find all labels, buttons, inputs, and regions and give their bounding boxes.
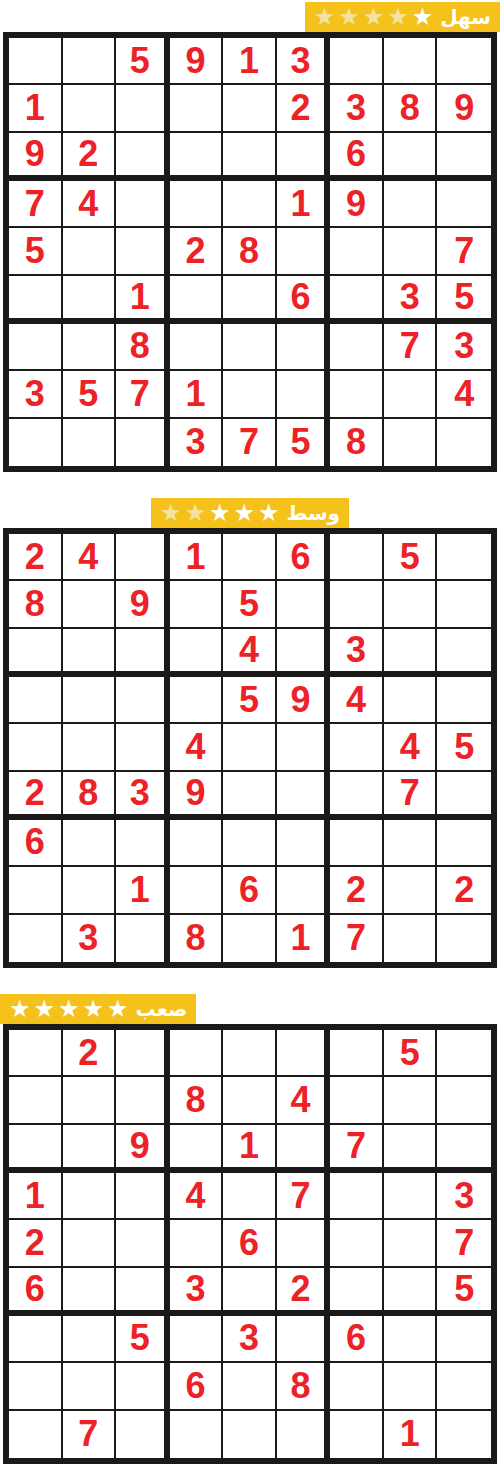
sudoku-cell-r1c9[interactable] <box>437 534 491 581</box>
sudoku-cell-r6c6: 6 <box>277 276 331 324</box>
sudoku-cell-r1c7[interactable] <box>330 1030 384 1077</box>
sudoku-cell-r4c2[interactable] <box>63 1173 117 1220</box>
sudoku-cell-r6c1: 2 <box>9 772 63 820</box>
sudoku-cell-r7c2[interactable] <box>63 1316 117 1363</box>
sudoku-cell-r5c2[interactable] <box>63 724 117 771</box>
star-icon: ★ <box>314 2 336 32</box>
sudoku-cell-r4c4[interactable] <box>170 677 224 724</box>
sudoku-cell-r7c9[interactable] <box>437 820 491 867</box>
sudoku-cell-r5c4[interactable] <box>170 1220 224 1267</box>
sudoku-cell-r8c3: 1 <box>116 867 170 914</box>
sudoku-cell-r2c8[interactable] <box>384 1077 438 1124</box>
sudoku-cell-r2c1: 1 <box>9 85 63 132</box>
sudoku-cell-r5c8: 4 <box>384 724 438 771</box>
sudoku-cell-r9c1[interactable] <box>9 915 63 962</box>
difficulty-banner-easy: سهل★★★★★ <box>305 2 500 32</box>
sudoku-cell-r5c3[interactable] <box>116 1220 170 1267</box>
sudoku-cell-r1c5[interactable] <box>223 1030 277 1077</box>
sudoku-cell-r2c8[interactable] <box>384 581 438 628</box>
star-icon: ★ <box>34 994 56 1024</box>
sudoku-cell-r4c9: 3 <box>437 1173 491 1220</box>
sudoku-cell-r3c4[interactable] <box>170 629 224 677</box>
sudoku-cell-r7c5[interactable] <box>223 324 277 371</box>
sudoku-cell-r8c1[interactable] <box>9 867 63 914</box>
sudoku-cell-r3c1[interactable] <box>9 629 63 677</box>
sudoku-cell-r7c6[interactable] <box>277 1316 331 1363</box>
sudoku-cell-r9c9[interactable] <box>437 1411 491 1458</box>
sudoku-cell-r5c5[interactable] <box>223 724 277 771</box>
sudoku-cell-r2c4: 8 <box>170 1077 224 1124</box>
sudoku-cell-r8c4: 1 <box>170 371 224 418</box>
sudoku-cell-r3c9[interactable] <box>437 133 491 181</box>
sudoku-cell-r9c9[interactable] <box>437 419 491 466</box>
sudoku-cell-r3c2: 2 <box>63 133 117 181</box>
sudoku-cell-r2c7[interactable] <box>330 1077 384 1124</box>
sudoku-cell-r4c7[interactable] <box>330 1173 384 1220</box>
sudoku-cell-r1c4[interactable] <box>170 1030 224 1077</box>
sudoku-cell-r7c2[interactable] <box>63 820 117 867</box>
sudoku-cell-r6c8[interactable] <box>384 1268 438 1316</box>
sudoku-cell-r8c6: 8 <box>277 1363 331 1410</box>
sudoku-cell-r2c9: 9 <box>437 85 491 132</box>
sudoku-cell-r8c8[interactable] <box>384 371 438 418</box>
sudoku-cell-r8c3[interactable] <box>116 1363 170 1410</box>
sudoku-cell-r4c2: 4 <box>63 181 117 228</box>
sudoku-cell-r5c5: 8 <box>223 228 277 275</box>
sudoku-cell-r4c3[interactable] <box>116 677 170 724</box>
sudoku-cell-r9c7: 7 <box>330 915 384 962</box>
sudoku-cell-r8c9: 2 <box>437 867 491 914</box>
sudoku-cell-r5c6[interactable] <box>277 1220 331 1267</box>
sudoku-cell-r4c5[interactable] <box>223 1173 277 1220</box>
sudoku-grid-easy: 591312389926741952871635873357143758 <box>3 32 497 472</box>
sudoku-cell-r8c5: 6 <box>223 867 277 914</box>
sudoku-cell-r3c7: 7 <box>330 1125 384 1173</box>
sudoku-cell-r6c4[interactable] <box>170 276 224 324</box>
sudoku-page: سهل★★★★★59131238992674195287163587335714… <box>0 0 500 1464</box>
sudoku-cell-r4c6: 9 <box>277 677 331 724</box>
sudoku-cell-r1c4: 1 <box>170 534 224 581</box>
sudoku-cell-r1c2: 2 <box>63 1030 117 1077</box>
sudoku-cell-r6c3[interactable] <box>116 1268 170 1316</box>
sudoku-cell-r6c9[interactable] <box>437 772 491 820</box>
sudoku-cell-r9c7: 8 <box>330 419 384 466</box>
star-icon: ★ <box>58 994 80 1024</box>
sudoku-cell-r3c4[interactable] <box>170 133 224 181</box>
sudoku-cell-r3c6[interactable] <box>277 133 331 181</box>
difficulty-label: وسط <box>287 498 341 528</box>
sudoku-cell-r1c5: 1 <box>223 38 277 85</box>
sudoku-cell-r9c3[interactable] <box>116 1411 170 1458</box>
sudoku-cell-r9c6: 1 <box>277 915 331 962</box>
sudoku-cell-r5c3[interactable] <box>116 228 170 275</box>
sudoku-cell-r8c5[interactable] <box>223 371 277 418</box>
sudoku-cell-r1c6[interactable] <box>277 1030 331 1077</box>
sudoku-cell-r4c1: 1 <box>9 1173 63 1220</box>
sudoku-cell-r9c2: 7 <box>63 1411 117 1458</box>
sudoku-cell-r3c4[interactable] <box>170 1125 224 1173</box>
sudoku-cell-r8c1[interactable] <box>9 1363 63 1410</box>
sudoku-cell-r5c8[interactable] <box>384 228 438 275</box>
sudoku-cell-r1c7[interactable] <box>330 534 384 581</box>
sudoku-cell-r9c8: 1 <box>384 1411 438 1458</box>
sudoku-cell-r3c2[interactable] <box>63 1125 117 1173</box>
sudoku-cell-r4c8[interactable] <box>384 181 438 228</box>
sudoku-cell-r5c7[interactable] <box>330 724 384 771</box>
sudoku-cell-r4c2[interactable] <box>63 677 117 724</box>
star-icon: ★ <box>83 994 105 1024</box>
sudoku-cell-r3c3: 9 <box>116 1125 170 1173</box>
sudoku-cell-r4c7: 4 <box>330 677 384 724</box>
sudoku-cell-r2c4[interactable] <box>170 581 224 628</box>
sudoku-cell-r7c6[interactable] <box>277 324 331 371</box>
sudoku-cell-r4c5[interactable] <box>223 181 277 228</box>
sudoku-cell-r8c5[interactable] <box>223 1363 277 1410</box>
sudoku-cell-r8c6[interactable] <box>277 371 331 418</box>
sudoku-cell-r9c3[interactable] <box>116 419 170 466</box>
sudoku-cell-r9c6: 5 <box>277 419 331 466</box>
sudoku-cell-r7c8: 7 <box>384 324 438 371</box>
sudoku-cell-r6c7[interactable] <box>330 276 384 324</box>
sudoku-cell-r6c6[interactable] <box>277 772 331 820</box>
sudoku-cell-r1c1[interactable] <box>9 38 63 85</box>
sudoku-cell-r9c6[interactable] <box>277 1411 331 1458</box>
star-icon: ★ <box>387 2 409 32</box>
sudoku-cell-r4c6: 1 <box>277 181 331 228</box>
sudoku-cell-r7c9: 3 <box>437 324 491 371</box>
sudoku-cell-r3c1[interactable] <box>9 1125 63 1173</box>
sudoku-cell-r4c9[interactable] <box>437 677 491 724</box>
sudoku-cell-r5c4: 2 <box>170 228 224 275</box>
sudoku-cell-r7c5: 3 <box>223 1316 277 1363</box>
sudoku-cell-r6c2[interactable] <box>63 1268 117 1316</box>
sudoku-cell-r1c4: 9 <box>170 38 224 85</box>
sudoku-cell-r2c5[interactable] <box>223 85 277 132</box>
sudoku-cell-r2c6[interactable] <box>277 581 331 628</box>
sudoku-cell-r5c1: 5 <box>9 228 63 275</box>
sudoku-cell-r5c2[interactable] <box>63 228 117 275</box>
sudoku-cell-r8c7[interactable] <box>330 371 384 418</box>
sudoku-cell-r8c3: 7 <box>116 371 170 418</box>
sudoku-cell-r9c9 <box>437 915 491 962</box>
sudoku-cell-r6c4: 9 <box>170 772 224 820</box>
sudoku-cell-r9c2: 3 <box>63 915 117 962</box>
sudoku-cell-r6c2[interactable] <box>63 276 117 324</box>
sudoku-cell-r8c9: 4 <box>437 371 491 418</box>
sudoku-cell-r6c5[interactable] <box>223 276 277 324</box>
sudoku-cell-r6c7[interactable] <box>330 772 384 820</box>
sudoku-cell-r3c8[interactable] <box>384 133 438 181</box>
sudoku-cell-r9c5: 7 <box>223 419 277 466</box>
puzzle-section-medium: وسط★★★★★241658954359444528397616223817 <box>0 498 500 968</box>
sudoku-cell-r5c4: 4 <box>170 724 224 771</box>
sudoku-cell-r2c9[interactable] <box>437 581 491 628</box>
banner-row-hard: صعب★★★★★ <box>0 994 500 1024</box>
sudoku-cell-r3c2[interactable] <box>63 629 117 677</box>
difficulty-label: صعب <box>136 994 188 1024</box>
sudoku-cell-r7c5[interactable] <box>223 820 277 867</box>
sudoku-cell-r3c5[interactable] <box>223 133 277 181</box>
sudoku-cell-r5c2[interactable] <box>63 1220 117 1267</box>
sudoku-cell-r8c6[interactable] <box>277 867 331 914</box>
sudoku-cell-r8c7: 2 <box>330 867 384 914</box>
sudoku-cell-r9c5[interactable] <box>223 1411 277 1458</box>
sudoku-cell-r4c7: 9 <box>330 181 384 228</box>
sudoku-cell-r9c7[interactable] <box>330 1411 384 1458</box>
sudoku-cell-r2c2[interactable] <box>63 581 117 628</box>
sudoku-cell-r6c2: 8 <box>63 772 117 820</box>
sudoku-cell-r3c7: 3 <box>330 629 384 677</box>
sudoku-cell-r4c8[interactable] <box>384 677 438 724</box>
star-icon: ★ <box>412 2 434 32</box>
star-icon: ★ <box>363 2 385 32</box>
star-rating: ★★★★★ <box>160 498 280 528</box>
banner-row-medium: وسط★★★★★ <box>0 498 500 528</box>
sudoku-cell-r1c3[interactable] <box>116 1030 170 1077</box>
sudoku-cell-r7c2[interactable] <box>63 324 117 371</box>
sudoku-cell-r6c9: 5 <box>437 1268 491 1316</box>
sudoku-cell-r9c4: 3 <box>170 419 224 466</box>
star-icon: ★ <box>160 498 182 528</box>
sudoku-cell-r5c6[interactable] <box>277 724 331 771</box>
sudoku-cell-r2c5: 5 <box>223 581 277 628</box>
sudoku-cell-r6c3: 1 <box>116 276 170 324</box>
sudoku-cell-r1c3: 5 <box>116 38 170 85</box>
sudoku-cell-r1c6: 6 <box>277 534 331 581</box>
sudoku-cell-r6c5[interactable] <box>223 1268 277 1316</box>
sudoku-cell-r2c6: 2 <box>277 85 331 132</box>
sudoku-cell-r5c9: 5 <box>437 724 491 771</box>
sudoku-cell-r8c2[interactable] <box>63 1363 117 1410</box>
sudoku-cell-r9c8 <box>384 915 438 962</box>
sudoku-cell-r1c7[interactable] <box>330 38 384 85</box>
sudoku-cell-r5c1: 2 <box>9 1220 63 1267</box>
sudoku-cell-r8c8[interactable] <box>384 867 438 914</box>
sudoku-cell-r1c8: 5 <box>384 1030 438 1077</box>
star-icon: ★ <box>258 498 280 528</box>
sudoku-cell-r8c2[interactable] <box>63 867 117 914</box>
sudoku-cell-r7c1[interactable] <box>9 324 63 371</box>
sudoku-cell-r3c6[interactable] <box>277 1125 331 1173</box>
sudoku-cell-r2c3[interactable] <box>116 1077 170 1124</box>
sudoku-cell-r3c3[interactable] <box>116 629 170 677</box>
sudoku-cell-r6c4: 3 <box>170 1268 224 1316</box>
sudoku-cell-r9c1[interactable] <box>9 1411 63 1458</box>
sudoku-cell-r9c2[interactable] <box>63 419 117 466</box>
sudoku-cell-r4c3[interactable] <box>116 181 170 228</box>
sudoku-cell-r1c9[interactable] <box>437 1030 491 1077</box>
sudoku-cell-r5c7[interactable] <box>330 228 384 275</box>
sudoku-cell-r7c8[interactable] <box>384 820 438 867</box>
sudoku-cell-r3c5: 1 <box>223 1125 277 1173</box>
sudoku-cell-r3c8[interactable] <box>384 629 438 677</box>
sudoku-cell-r2c3: 9 <box>116 581 170 628</box>
sudoku-cell-r2c6: 4 <box>277 1077 331 1124</box>
sudoku-cell-r3c5: 4 <box>223 629 277 677</box>
sudoku-cell-r1c1[interactable] <box>9 1030 63 1077</box>
sudoku-cell-r9c5[interactable] <box>223 915 277 962</box>
sudoku-cell-r4c6: 7 <box>277 1173 331 1220</box>
sudoku-cell-r7c7[interactable] <box>330 324 384 371</box>
star-icon: ★ <box>184 498 206 528</box>
sudoku-cell-r1c6: 3 <box>277 38 331 85</box>
sudoku-cell-r1c8: 5 <box>384 534 438 581</box>
sudoku-cell-r9c8[interactable] <box>384 419 438 466</box>
sudoku-cell-r3c1: 9 <box>9 133 63 181</box>
sudoku-cell-r6c9: 5 <box>437 276 491 324</box>
star-icon: ★ <box>9 994 31 1024</box>
puzzle-section-hard: صعب★★★★★2584917147326763255366871 <box>0 994 500 1464</box>
sudoku-cell-r7c4[interactable] <box>170 1316 224 1363</box>
sudoku-cell-r2c8: 8 <box>384 85 438 132</box>
sudoku-cell-r8c4: 6 <box>170 1363 224 1410</box>
sudoku-cell-r2c2[interactable] <box>63 1077 117 1124</box>
sudoku-cell-r2c7[interactable] <box>330 581 384 628</box>
sudoku-cell-r3c9[interactable] <box>437 1125 491 1173</box>
sudoku-cell-r2c7: 3 <box>330 85 384 132</box>
sudoku-cell-r3c3[interactable] <box>116 133 170 181</box>
sudoku-cell-r6c3: 3 <box>116 772 170 820</box>
sudoku-cell-r7c7[interactable] <box>330 820 384 867</box>
sudoku-cell-r6c1: 6 <box>9 1268 63 1316</box>
sudoku-cell-r6c6: 2 <box>277 1268 331 1316</box>
sudoku-cell-r1c1: 2 <box>9 534 63 581</box>
sudoku-cell-r1c8[interactable] <box>384 38 438 85</box>
sudoku-cell-r5c5: 6 <box>223 1220 277 1267</box>
sudoku-cell-r6c8: 7 <box>384 772 438 820</box>
sudoku-cell-r9c4: 8 <box>170 915 224 962</box>
star-icon: ★ <box>209 498 231 528</box>
sudoku-cell-r7c1[interactable] <box>9 1316 63 1363</box>
star-icon: ★ <box>107 994 129 1024</box>
banner-row-easy: سهل★★★★★ <box>0 2 500 32</box>
sudoku-cell-r1c5[interactable] <box>223 534 277 581</box>
sudoku-cell-r2c1[interactable] <box>9 1077 63 1124</box>
sudoku-cell-r5c8[interactable] <box>384 1220 438 1267</box>
sudoku-cell-r7c4[interactable] <box>170 820 224 867</box>
difficulty-label: سهل <box>440 2 491 32</box>
sudoku-cell-r4c4[interactable] <box>170 181 224 228</box>
sudoku-cell-r4c1: 7 <box>9 181 63 228</box>
star-icon: ★ <box>338 2 360 32</box>
sudoku-cell-r8c7[interactable] <box>330 1363 384 1410</box>
sudoku-cell-r8c9[interactable] <box>437 1363 491 1410</box>
sudoku-cell-r6c7[interactable] <box>330 1268 384 1316</box>
sudoku-cell-r5c7[interactable] <box>330 1220 384 1267</box>
sudoku-cell-r2c4[interactable] <box>170 85 224 132</box>
sudoku-cell-r5c9: 7 <box>437 228 491 275</box>
sudoku-cell-r8c1: 3 <box>9 371 63 418</box>
sudoku-cell-r7c1: 6 <box>9 820 63 867</box>
sudoku-cell-r5c1[interactable] <box>9 724 63 771</box>
sudoku-cell-r6c5[interactable] <box>223 772 277 820</box>
sudoku-grid-hard: 2584917147326763255366871 <box>3 1024 497 1464</box>
sudoku-cell-r2c2[interactable] <box>63 85 117 132</box>
sudoku-cell-r8c8[interactable] <box>384 1363 438 1410</box>
star-icon: ★ <box>234 498 256 528</box>
sudoku-cell-r5c3[interactable] <box>116 724 170 771</box>
sudoku-cell-r5c6[interactable] <box>277 228 331 275</box>
puzzle-section-easy: سهل★★★★★59131238992674195287163587335714… <box>0 2 500 472</box>
sudoku-cell-r7c3: 5 <box>116 1316 170 1363</box>
sudoku-cell-r1c3[interactable] <box>116 534 170 581</box>
sudoku-cell-r7c9[interactable] <box>437 1316 491 1363</box>
sudoku-cell-r2c5[interactable] <box>223 1077 277 1124</box>
sudoku-cell-r9c1[interactable] <box>9 419 63 466</box>
sudoku-cell-r9c4[interactable] <box>170 1411 224 1458</box>
star-rating: ★★★★★ <box>314 2 434 32</box>
sudoku-cell-r7c6[interactable] <box>277 820 331 867</box>
sudoku-cell-r8c4[interactable] <box>170 867 224 914</box>
sudoku-cell-r3c8[interactable] <box>384 1125 438 1173</box>
sudoku-cell-r3c7: 6 <box>330 133 384 181</box>
difficulty-banner-hard: صعب★★★★★ <box>0 994 196 1024</box>
sudoku-cell-r7c8[interactable] <box>384 1316 438 1363</box>
sudoku-cell-r9c3[interactable] <box>116 915 170 962</box>
sudoku-cell-r2c9[interactable] <box>437 1077 491 1124</box>
difficulty-banner-medium: وسط★★★★★ <box>151 498 349 528</box>
sudoku-cell-r4c4: 4 <box>170 1173 224 1220</box>
sudoku-cell-r6c8: 3 <box>384 276 438 324</box>
sudoku-cell-r4c8[interactable] <box>384 1173 438 1220</box>
sudoku-cell-r7c7: 6 <box>330 1316 384 1363</box>
sudoku-cell-r7c4[interactable] <box>170 324 224 371</box>
star-rating: ★★★★★ <box>9 994 129 1024</box>
sudoku-grid-medium: 241658954359444528397616223817 <box>3 528 497 968</box>
sudoku-cell-r4c1[interactable] <box>9 677 63 724</box>
sudoku-cell-r2c3[interactable] <box>116 85 170 132</box>
sudoku-cell-r1c2: 4 <box>63 534 117 581</box>
sudoku-cell-r7c3[interactable] <box>116 820 170 867</box>
sudoku-cell-r2c1: 8 <box>9 581 63 628</box>
sudoku-cell-r5c9: 7 <box>437 1220 491 1267</box>
sudoku-cell-r1c9[interactable] <box>437 38 491 85</box>
sudoku-cell-r4c5: 5 <box>223 677 277 724</box>
sudoku-cell-r3c6[interactable] <box>277 629 331 677</box>
sudoku-cell-r4c9[interactable] <box>437 181 491 228</box>
sudoku-cell-r6c1[interactable] <box>9 276 63 324</box>
sudoku-cell-r1c2[interactable] <box>63 38 117 85</box>
sudoku-cell-r7c3: 8 <box>116 324 170 371</box>
sudoku-cell-r8c2: 5 <box>63 371 117 418</box>
sudoku-cell-r3c9[interactable] <box>437 629 491 677</box>
sudoku-cell-r4c3[interactable] <box>116 1173 170 1220</box>
